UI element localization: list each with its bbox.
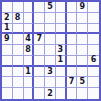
cell-r9c4[interactable]	[34, 88, 45, 99]
cell-r1c7[interactable]	[67, 2, 78, 13]
cell-r1c4[interactable]	[34, 2, 45, 13]
cell-r7c8[interactable]	[77, 67, 88, 78]
cell-r6c8[interactable]	[77, 56, 88, 67]
cell-r2c7[interactable]	[67, 13, 78, 24]
cell-r7c9[interactable]	[88, 67, 99, 78]
cell-r8c6[interactable]	[56, 77, 67, 88]
cell-r4c6[interactable]	[56, 34, 67, 45]
cell-r5c9[interactable]	[88, 45, 99, 56]
cell-r5c1[interactable]	[2, 45, 13, 56]
cell-r4c3[interactable]: 4	[24, 34, 35, 45]
given-digit: 9	[80, 3, 86, 11]
cell-r1c1[interactable]	[2, 2, 13, 13]
cell-r6c3[interactable]	[24, 56, 35, 67]
cell-r3c2[interactable]	[13, 24, 24, 35]
cell-r9c3[interactable]	[24, 88, 35, 99]
cell-r9c2[interactable]	[13, 88, 24, 99]
cell-r7c7[interactable]	[67, 67, 78, 78]
cell-r3c7[interactable]	[67, 24, 78, 35]
given-digit: 6	[91, 56, 97, 64]
cell-r4c5[interactable]	[45, 34, 56, 45]
cell-r8c2[interactable]	[13, 77, 24, 88]
cell-r6c4[interactable]	[34, 56, 45, 67]
given-digit: 1	[25, 68, 31, 76]
cell-r5c3[interactable]: 8	[24, 45, 35, 56]
cell-r1c5[interactable]: 5	[45, 2, 56, 13]
cell-r2c1[interactable]: 2	[2, 13, 13, 24]
cell-r4c4[interactable]: 7	[34, 34, 45, 45]
cell-r1c8[interactable]: 9	[77, 2, 88, 13]
cell-r2c9[interactable]	[88, 13, 99, 24]
cell-r5c6[interactable]: 3	[56, 45, 67, 56]
cell-r9c5[interactable]: 2	[45, 88, 56, 99]
cell-r7c4[interactable]	[34, 67, 45, 78]
cell-r9c7[interactable]	[67, 88, 78, 99]
cell-r2c4[interactable]	[34, 13, 45, 24]
cell-r7c2[interactable]	[13, 67, 24, 78]
cell-r3c8[interactable]	[77, 24, 88, 35]
cell-r2c5[interactable]	[45, 13, 56, 24]
cell-r3c4[interactable]	[34, 24, 45, 35]
given-digit: 3	[57, 46, 63, 54]
cell-r9c6[interactable]	[56, 88, 67, 99]
given-digit: 5	[80, 78, 86, 86]
cell-r8c8[interactable]: 5	[77, 77, 88, 88]
cell-r4c8[interactable]	[77, 34, 88, 45]
cell-r1c9[interactable]	[88, 2, 99, 13]
cell-r3c3[interactable]	[24, 24, 35, 35]
cell-r5c8[interactable]	[77, 45, 88, 56]
cell-r9c8[interactable]	[77, 88, 88, 99]
given-digit: 1	[4, 24, 10, 32]
cell-r3c6[interactable]	[56, 24, 67, 35]
cell-r7c5[interactable]: 3	[45, 67, 56, 78]
cell-r7c1[interactable]	[2, 67, 13, 78]
cell-r6c5[interactable]	[45, 56, 56, 67]
given-digit: 8	[15, 14, 21, 22]
cell-r2c6[interactable]	[56, 13, 67, 24]
cell-r1c3[interactable]	[24, 2, 35, 13]
cell-r1c6[interactable]	[56, 2, 67, 13]
sudoku-board: 59281947831613752	[0, 0, 101, 101]
cell-r6c6[interactable]: 1	[56, 56, 67, 67]
given-digit: 7	[36, 35, 42, 43]
given-digit: 4	[25, 35, 31, 43]
cell-r4c2[interactable]	[13, 34, 24, 45]
cell-r5c7[interactable]	[67, 45, 78, 56]
cell-r3c1[interactable]: 1	[2, 24, 13, 35]
cell-r5c4[interactable]	[34, 45, 45, 56]
cell-r3c9[interactable]	[88, 24, 99, 35]
cell-r8c1[interactable]	[2, 77, 13, 88]
cell-r8c9[interactable]	[88, 77, 99, 88]
cell-r8c5[interactable]	[45, 77, 56, 88]
cell-r8c7[interactable]: 7	[67, 77, 78, 88]
cell-r6c2[interactable]	[13, 56, 24, 67]
cell-r6c1[interactable]	[2, 56, 13, 67]
given-digit: 1	[57, 56, 63, 64]
cell-r8c3[interactable]	[24, 77, 35, 88]
cell-r6c9[interactable]: 6	[88, 56, 99, 67]
given-digit: 2	[47, 90, 53, 98]
cell-r9c9[interactable]	[88, 88, 99, 99]
cell-r7c6[interactable]	[56, 67, 67, 78]
cell-r2c8[interactable]	[77, 13, 88, 24]
cell-r9c1[interactable]	[2, 88, 13, 99]
given-digit: 5	[47, 3, 53, 11]
given-digit: 7	[69, 78, 75, 86]
given-digit: 2	[4, 14, 10, 22]
cell-r1c2[interactable]	[13, 2, 24, 13]
cell-r5c2[interactable]	[13, 45, 24, 56]
cell-r7c3[interactable]: 1	[24, 67, 35, 78]
given-digit: 9	[4, 35, 10, 43]
given-digit: 8	[25, 46, 31, 54]
cell-r2c2[interactable]: 8	[13, 13, 24, 24]
cell-r4c9[interactable]	[88, 34, 99, 45]
cell-r2c3[interactable]	[24, 13, 35, 24]
given-digit: 3	[47, 68, 53, 76]
cell-r8c4[interactable]	[34, 77, 45, 88]
cell-r6c7[interactable]	[67, 56, 78, 67]
cell-r4c7[interactable]	[67, 34, 78, 45]
cell-r4c1[interactable]: 9	[2, 34, 13, 45]
cell-r3c5[interactable]	[45, 24, 56, 35]
cell-r5c5[interactable]	[45, 45, 56, 56]
